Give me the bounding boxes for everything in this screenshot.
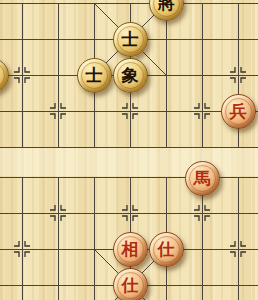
pieces-grid: 將士士象兵馬相仕仕 — [0, 0, 258, 300]
piece-advisor-black[interactable]: 士 — [113, 22, 148, 57]
piece-advisor-red[interactable]: 仕 — [113, 268, 148, 300]
piece-horse-red[interactable]: 馬 — [185, 161, 220, 196]
piece-soldier-red[interactable]: 兵 — [221, 94, 256, 129]
piece-elephant-black[interactable]: 象 — [113, 58, 148, 93]
xiangqi-board: 將士士象兵馬相仕仕 — [0, 0, 258, 300]
piece-advisor-red[interactable]: 仕 — [149, 232, 184, 267]
piece-elephant-red[interactable]: 相 — [113, 232, 148, 267]
piece-advisor-black[interactable]: 士 — [77, 58, 112, 93]
piece-general-black[interactable]: 將 — [149, 0, 184, 21]
piece-unknown-black[interactable] — [0, 58, 9, 93]
